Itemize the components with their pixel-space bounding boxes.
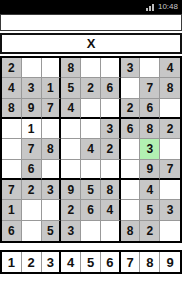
cell-r3c4[interactable]: 4 — [61, 99, 81, 119]
numpad-key-3[interactable]: 3 — [42, 252, 62, 272]
cell-r7c8[interactable]: 4 — [140, 180, 160, 200]
cell-r8c4[interactable]: 2 — [61, 200, 81, 220]
cell-r3c1[interactable]: 8 — [2, 99, 22, 119]
cell-r7c6[interactable]: 8 — [101, 180, 121, 200]
app-window: 10:48 X 28344315267889742613682784236977… — [0, 0, 182, 303]
cell-r1c7[interactable]: 3 — [121, 58, 141, 78]
cell-r3c5[interactable] — [81, 99, 101, 119]
cell-r7c2[interactable]: 2 — [22, 180, 42, 200]
cell-r5c8[interactable]: 3 — [140, 139, 160, 159]
cell-r2c2[interactable]: 3 — [22, 78, 42, 98]
numpad-key-8[interactable]: 8 — [140, 252, 160, 272]
cell-r5c3[interactable]: 8 — [42, 139, 62, 159]
cell-r5c2[interactable]: 7 — [22, 139, 42, 159]
cell-r4c3[interactable] — [42, 119, 62, 139]
cell-r5c1[interactable] — [2, 139, 22, 159]
cell-r3c7[interactable]: 2 — [121, 99, 141, 119]
cell-r6c9[interactable]: 7 — [160, 160, 180, 180]
cell-r4c7[interactable]: 6 — [121, 119, 141, 139]
cell-r6c5[interactable] — [81, 160, 101, 180]
cell-r3c3[interactable]: 7 — [42, 99, 62, 119]
cell-r9c8[interactable]: 2 — [140, 221, 160, 241]
cell-r9c7[interactable]: 8 — [121, 221, 141, 241]
cell-r7c9[interactable] — [160, 180, 180, 200]
cell-r7c7[interactable] — [121, 180, 141, 200]
cell-r6c7[interactable] — [121, 160, 141, 180]
cell-r4c6[interactable]: 3 — [101, 119, 121, 139]
cell-r9c2[interactable] — [22, 221, 42, 241]
cell-r4c4[interactable] — [61, 119, 81, 139]
cell-r5c9[interactable] — [160, 139, 180, 159]
numpad-key-1[interactable]: 1 — [2, 252, 22, 272]
cell-r2c8[interactable]: 7 — [140, 78, 160, 98]
cell-r3c8[interactable]: 6 — [140, 99, 160, 119]
numpad-key-7[interactable]: 7 — [121, 252, 141, 272]
cell-r1c2[interactable] — [22, 58, 42, 78]
cell-r4c8[interactable]: 8 — [140, 119, 160, 139]
cell-r9c9[interactable] — [160, 221, 180, 241]
cell-r7c5[interactable]: 5 — [81, 180, 101, 200]
cell-r1c3[interactable] — [42, 58, 62, 78]
cell-r6c6[interactable] — [101, 160, 121, 180]
close-label: X — [87, 36, 96, 51]
cell-r1c9[interactable]: 4 — [160, 58, 180, 78]
numpad: 123456789 — [0, 250, 182, 274]
cell-r7c1[interactable]: 7 — [2, 180, 22, 200]
cell-r8c9[interactable]: 3 — [160, 200, 180, 220]
numpad-key-5[interactable]: 5 — [81, 252, 101, 272]
cell-r5c5[interactable]: 4 — [81, 139, 101, 159]
cell-r5c6[interactable]: 2 — [101, 139, 121, 159]
numpad-key-6[interactable]: 6 — [101, 252, 121, 272]
cell-r3c2[interactable]: 9 — [22, 99, 42, 119]
cell-r6c8[interactable]: 9 — [140, 160, 160, 180]
cell-r2c3[interactable]: 1 — [42, 78, 62, 98]
cell-r2c4[interactable]: 5 — [61, 78, 81, 98]
cell-r9c1[interactable]: 6 — [2, 221, 22, 241]
cell-r1c1[interactable]: 2 — [2, 58, 22, 78]
cell-r4c1[interactable] — [2, 119, 22, 139]
cell-r4c5[interactable] — [81, 119, 101, 139]
cell-r1c8[interactable] — [140, 58, 160, 78]
cell-r8c5[interactable]: 6 — [81, 200, 101, 220]
status-bar: 10:48 — [0, 0, 182, 14]
cell-r1c6[interactable] — [101, 58, 121, 78]
sudoku-board: 2834431526788974261368278423697723958412… — [0, 56, 182, 243]
cell-r3c9[interactable] — [160, 99, 180, 119]
status-time: 10:48 — [158, 0, 178, 14]
cell-r8c1[interactable]: 1 — [2, 200, 22, 220]
close-button[interactable]: X — [0, 33, 182, 54]
cell-r9c6[interactable] — [101, 221, 121, 241]
signal-bars-icon — [146, 4, 154, 11]
cell-r7c3[interactable]: 3 — [42, 180, 62, 200]
cell-r5c4[interactable] — [61, 139, 81, 159]
numpad-key-9[interactable]: 9 — [160, 252, 180, 272]
cell-r9c3[interactable]: 5 — [42, 221, 62, 241]
cell-r8c6[interactable]: 4 — [101, 200, 121, 220]
cell-r9c5[interactable] — [81, 221, 101, 241]
cell-r6c2[interactable]: 6 — [22, 160, 42, 180]
title-bar — [0, 14, 182, 31]
numpad-key-2[interactable]: 2 — [22, 252, 42, 272]
cell-r7c4[interactable]: 9 — [61, 180, 81, 200]
cell-r2c5[interactable]: 2 — [81, 78, 101, 98]
cell-r8c3[interactable] — [42, 200, 62, 220]
cell-r4c2[interactable]: 1 — [22, 119, 42, 139]
cell-r1c4[interactable]: 8 — [61, 58, 81, 78]
cell-r2c9[interactable]: 8 — [160, 78, 180, 98]
cell-r8c8[interactable]: 5 — [140, 200, 160, 220]
cell-r1c5[interactable] — [81, 58, 101, 78]
cell-r9c4[interactable]: 3 — [61, 221, 81, 241]
cell-r6c4[interactable] — [61, 160, 81, 180]
cell-r2c1[interactable]: 4 — [2, 78, 22, 98]
cell-r2c6[interactable]: 6 — [101, 78, 121, 98]
cell-r8c2[interactable] — [22, 200, 42, 220]
cell-r6c3[interactable] — [42, 160, 62, 180]
cell-r2c7[interactable] — [121, 78, 141, 98]
cell-r5c7[interactable] — [121, 139, 141, 159]
cell-r8c7[interactable] — [121, 200, 141, 220]
numpad-key-4[interactable]: 4 — [61, 252, 81, 272]
cell-r6c1[interactable] — [2, 160, 22, 180]
cell-r4c9[interactable]: 2 — [160, 119, 180, 139]
cell-r3c6[interactable] — [101, 99, 121, 119]
